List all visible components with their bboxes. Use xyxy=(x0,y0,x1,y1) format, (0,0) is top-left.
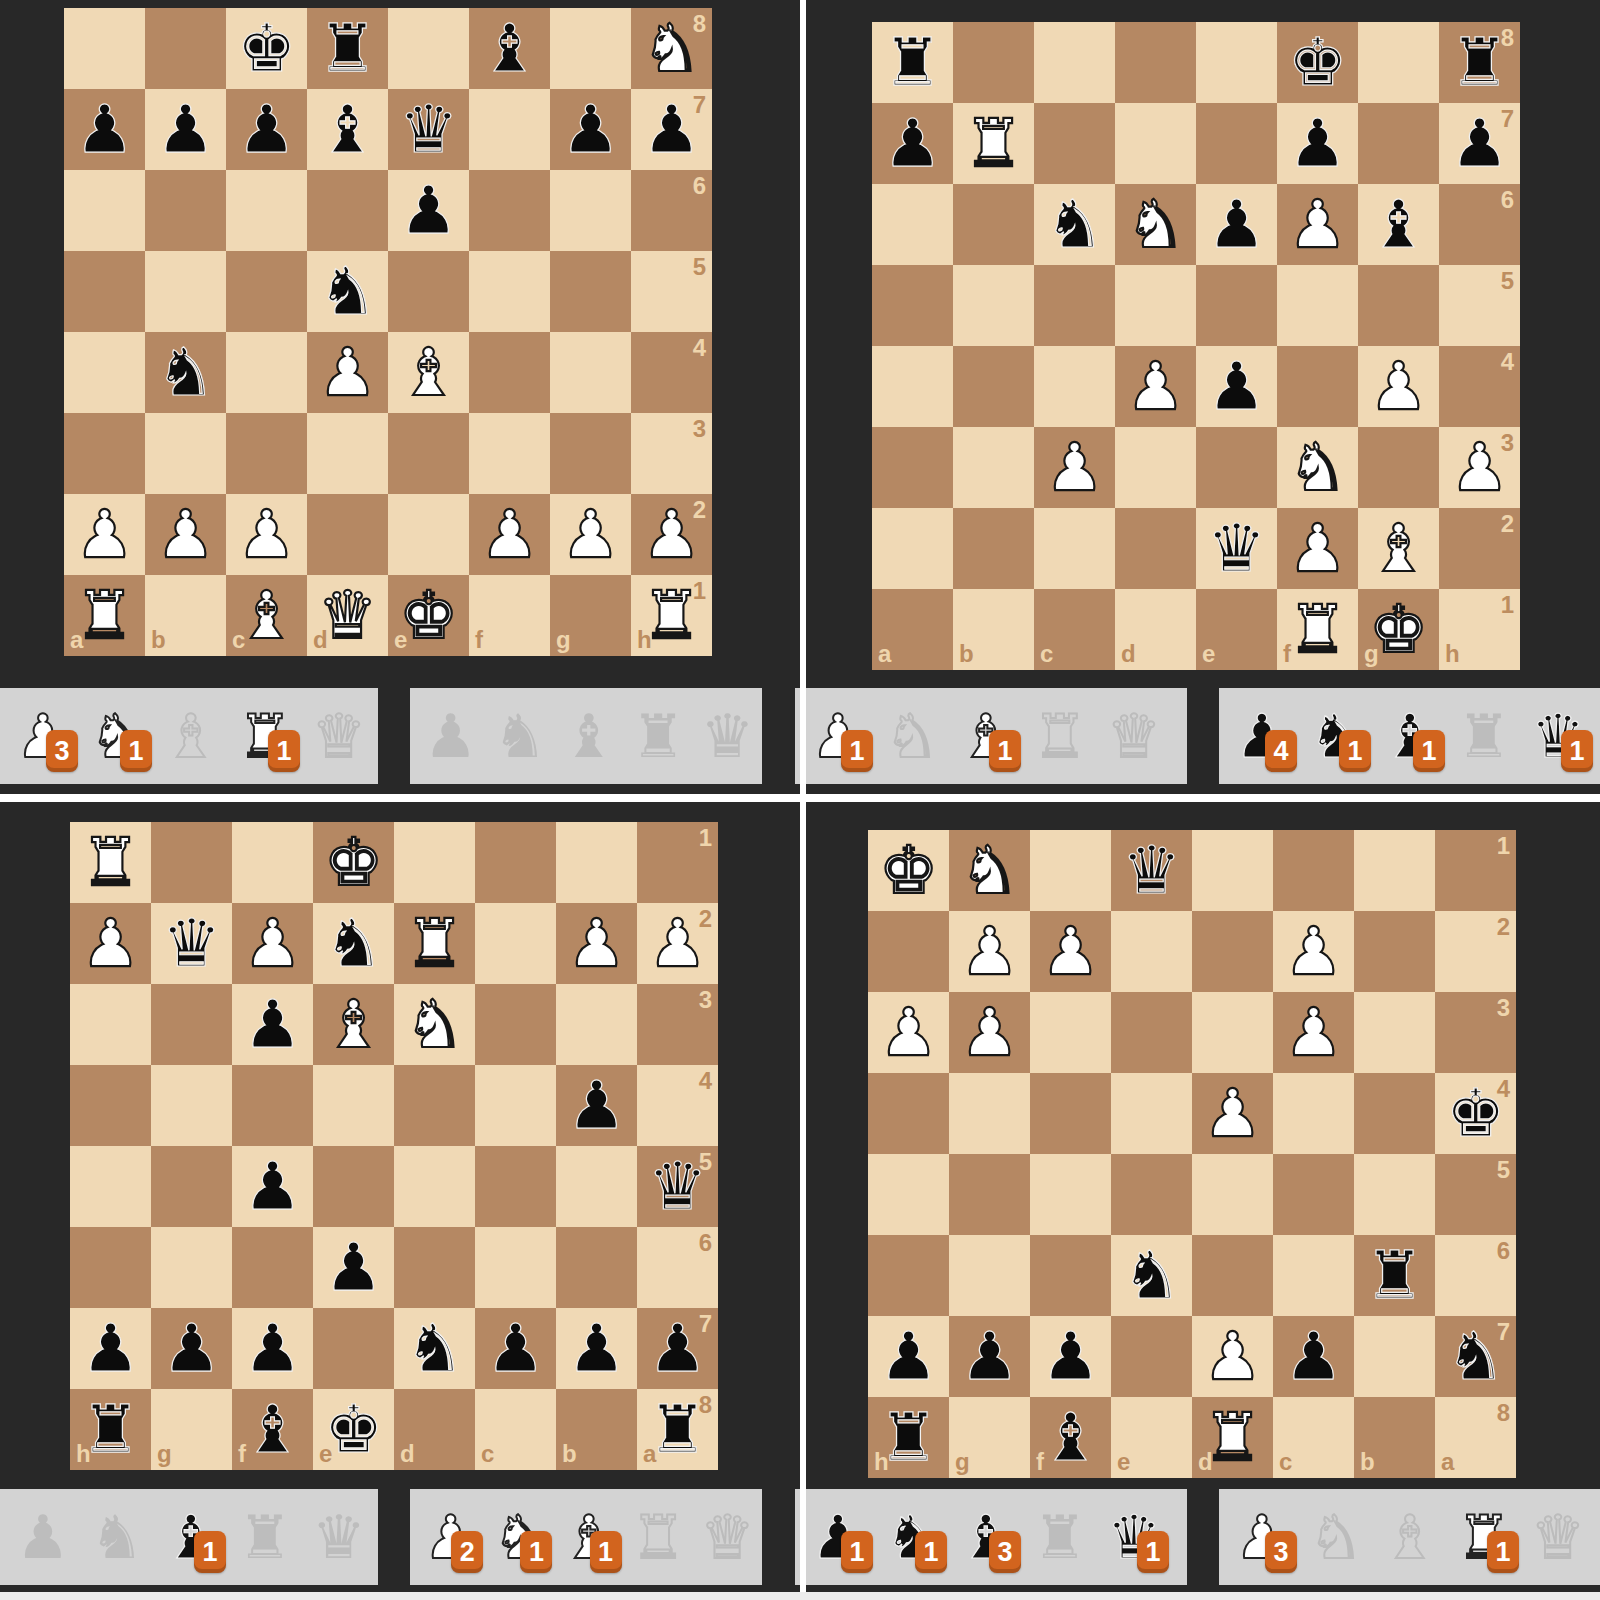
white-pawn[interactable]: ♟ xyxy=(318,332,377,413)
square-b4[interactable]: ♞ xyxy=(145,332,226,413)
square-a4[interactable] xyxy=(64,332,145,413)
black-knight[interactable]: ♞ xyxy=(1045,184,1104,265)
square-f7[interactable]: ♟ xyxy=(1277,103,1358,184)
square-g1[interactable]: ♞ xyxy=(949,830,1030,911)
white-pawn[interactable]: ♟ xyxy=(879,992,938,1073)
square-f2[interactable]: ♟ xyxy=(469,494,550,575)
black-bishop[interactable]: ♝ xyxy=(1041,1397,1100,1478)
square-c8[interactable]: ♚ xyxy=(226,8,307,89)
black-pawn[interactable]: ♟ xyxy=(243,1308,302,1389)
square-e5[interactable] xyxy=(1196,265,1277,346)
square-c8[interactable]: c xyxy=(475,1389,556,1470)
square-h5[interactable] xyxy=(868,1154,949,1235)
square-f2[interactable]: ♟ xyxy=(1030,911,1111,992)
square-b1[interactable] xyxy=(556,822,637,903)
square-e2[interactable] xyxy=(388,494,469,575)
square-g4[interactable] xyxy=(949,1073,1030,1154)
square-d8[interactable]: ♜ xyxy=(307,8,388,89)
square-c2[interactable] xyxy=(475,903,556,984)
black-pawn[interactable]: ♟ xyxy=(243,984,302,1065)
square-e6[interactable]: ♟ xyxy=(388,170,469,251)
square-e6[interactable]: ♟ xyxy=(313,1227,394,1308)
white-pawn[interactable]: ♟ xyxy=(75,494,134,575)
square-f8[interactable]: ♝f xyxy=(1030,1397,1111,1478)
square-g8[interactable]: g xyxy=(151,1389,232,1470)
square-f4[interactable] xyxy=(232,1065,313,1146)
white-pawn[interactable]: ♟ xyxy=(960,911,1019,992)
square-d3[interactable]: ♞ xyxy=(394,984,475,1065)
black-pawn[interactable]: ♟ xyxy=(324,1227,383,1308)
square-f1[interactable] xyxy=(232,822,313,903)
square-b7[interactable]: ♜ xyxy=(953,103,1034,184)
square-b5[interactable] xyxy=(1354,1154,1435,1235)
square-f2[interactable]: ♟ xyxy=(232,903,313,984)
square-f6[interactable] xyxy=(232,1227,313,1308)
black-king[interactable]: ♚ xyxy=(237,8,296,89)
square-b8[interactable] xyxy=(953,22,1034,103)
square-a3[interactable]: 3 xyxy=(637,984,718,1065)
square-e3[interactable] xyxy=(388,413,469,494)
square-f1[interactable] xyxy=(1030,830,1111,911)
square-e8[interactable]: ♚e xyxy=(313,1389,394,1470)
square-a2[interactable]: ♟2 xyxy=(637,903,718,984)
square-d5[interactable] xyxy=(1192,1154,1273,1235)
square-a1[interactable]: 1 xyxy=(637,822,718,903)
square-d6[interactable] xyxy=(307,170,388,251)
square-a3[interactable] xyxy=(872,427,953,508)
square-d5[interactable] xyxy=(394,1146,475,1227)
square-g7[interactable]: ♟ xyxy=(949,1316,1030,1397)
black-rook[interactable]: ♜ xyxy=(883,22,942,103)
square-e2[interactable]: ♞ xyxy=(313,903,394,984)
white-pawn[interactable]: ♟ xyxy=(1041,911,1100,992)
square-a5[interactable]: 5 xyxy=(1435,1154,1516,1235)
white-pawn[interactable]: ♟ xyxy=(1369,346,1428,427)
white-pawn[interactable]: ♟ xyxy=(561,494,620,575)
square-c2[interactable]: ♟ xyxy=(226,494,307,575)
square-a1[interactable]: a xyxy=(872,589,953,670)
square-d6[interactable]: ♞ xyxy=(1115,184,1196,265)
white-pawn[interactable]: ♟ xyxy=(81,903,140,984)
square-e8[interactable] xyxy=(1196,22,1277,103)
square-h5[interactable]: 5 xyxy=(1439,265,1520,346)
square-c1[interactable] xyxy=(475,822,556,903)
square-h6[interactable]: 6 xyxy=(631,170,712,251)
square-e6[interactable]: ♞ xyxy=(1111,1235,1192,1316)
square-h3[interactable] xyxy=(70,984,151,1065)
square-b3[interactable] xyxy=(145,413,226,494)
square-b7[interactable]: ♟ xyxy=(556,1308,637,1389)
white-bishop[interactable]: ♝ xyxy=(324,984,383,1065)
square-a4[interactable]: 4 xyxy=(637,1065,718,1146)
square-g4[interactable] xyxy=(550,332,631,413)
black-knight[interactable]: ♞ xyxy=(318,251,377,332)
black-pawn[interactable]: ♟ xyxy=(567,1308,626,1389)
black-rook[interactable]: ♜ xyxy=(318,8,377,89)
black-pawn[interactable]: ♟ xyxy=(879,1316,938,1397)
black-pawn[interactable]: ♟ xyxy=(81,1308,140,1389)
square-b6[interactable]: ♜ xyxy=(1354,1235,1435,1316)
square-d5[interactable]: ♞ xyxy=(307,251,388,332)
square-f1[interactable]: f xyxy=(469,575,550,656)
square-f5[interactable] xyxy=(469,251,550,332)
white-pawn[interactable]: ♟ xyxy=(1203,1073,1262,1154)
square-d5[interactable] xyxy=(1115,265,1196,346)
square-h4[interactable] xyxy=(70,1065,151,1146)
square-a6[interactable]: 6 xyxy=(1435,1235,1516,1316)
white-pawn[interactable]: ♟ xyxy=(1288,508,1347,589)
black-pawn[interactable]: ♟ xyxy=(243,1146,302,1227)
square-a2[interactable]: ♟ xyxy=(64,494,145,575)
square-a7[interactable]: ♟ xyxy=(872,103,953,184)
white-king[interactable]: ♚ xyxy=(324,822,383,903)
square-g4[interactable]: ♟ xyxy=(1358,346,1439,427)
square-g5[interactable] xyxy=(550,251,631,332)
square-d1[interactable]: d xyxy=(1115,589,1196,670)
square-e5[interactable] xyxy=(1111,1154,1192,1235)
square-g2[interactable]: ♟ xyxy=(949,911,1030,992)
square-d7[interactable] xyxy=(1115,103,1196,184)
white-pawn[interactable]: ♟ xyxy=(960,992,1019,1073)
white-king[interactable]: ♚ xyxy=(399,575,458,656)
black-pawn[interactable]: ♟ xyxy=(1288,103,1347,184)
black-king[interactable]: ♚ xyxy=(1288,22,1347,103)
square-f4[interactable] xyxy=(1030,1073,1111,1154)
black-pawn[interactable]: ♟ xyxy=(960,1316,1019,1397)
square-h2[interactable]: ♟ xyxy=(70,903,151,984)
square-e7[interactable] xyxy=(313,1308,394,1389)
square-e4[interactable]: ♟ xyxy=(1196,346,1277,427)
square-b2[interactable]: ♟ xyxy=(556,903,637,984)
square-b2[interactable]: ♟ xyxy=(145,494,226,575)
square-a8[interactable]: 8a xyxy=(1435,1397,1516,1478)
white-pawn[interactable]: ♟ xyxy=(156,494,215,575)
square-e4[interactable] xyxy=(313,1065,394,1146)
square-h2[interactable]: ♟2 xyxy=(631,494,712,575)
square-g3[interactable] xyxy=(151,984,232,1065)
square-f3[interactable]: ♞ xyxy=(1277,427,1358,508)
white-pawn[interactable]: ♟ xyxy=(243,903,302,984)
square-a6[interactable] xyxy=(64,170,145,251)
square-f5[interactable] xyxy=(1277,265,1358,346)
square-h2[interactable] xyxy=(868,911,949,992)
square-d8[interactable] xyxy=(1115,22,1196,103)
square-g5[interactable] xyxy=(1358,265,1439,346)
square-h6[interactable] xyxy=(70,1227,151,1308)
square-b2[interactable] xyxy=(1354,911,1435,992)
square-e8[interactable]: e xyxy=(1111,1397,1192,1478)
square-g8[interactable] xyxy=(1358,22,1439,103)
square-b4[interactable]: ♟ xyxy=(556,1065,637,1146)
square-a6[interactable] xyxy=(872,184,953,265)
square-b5[interactable] xyxy=(556,1146,637,1227)
square-d1[interactable]: ♛d xyxy=(307,575,388,656)
square-d6[interactable] xyxy=(1192,1235,1273,1316)
white-knight[interactable]: ♞ xyxy=(405,984,464,1065)
square-c6[interactable] xyxy=(226,170,307,251)
white-pawn[interactable]: ♟ xyxy=(237,494,296,575)
square-c7[interactable]: ♟ xyxy=(475,1308,556,1389)
square-b5[interactable] xyxy=(145,251,226,332)
square-e4[interactable]: ♝ xyxy=(388,332,469,413)
square-d3[interactable] xyxy=(1115,427,1196,508)
white-bishop[interactable]: ♝ xyxy=(399,332,458,413)
square-c5[interactable] xyxy=(475,1146,556,1227)
square-f4[interactable] xyxy=(469,332,550,413)
square-e3[interactable] xyxy=(1196,427,1277,508)
square-h1[interactable]: ♜ xyxy=(70,822,151,903)
square-h4[interactable] xyxy=(868,1073,949,1154)
square-c1[interactable] xyxy=(1273,830,1354,911)
square-e5[interactable] xyxy=(313,1146,394,1227)
square-a3[interactable]: 3 xyxy=(1435,992,1516,1073)
square-d2[interactable]: ♜ xyxy=(394,903,475,984)
square-e4[interactable] xyxy=(1111,1073,1192,1154)
white-rook[interactable]: ♜ xyxy=(964,103,1023,184)
square-g8[interactable] xyxy=(550,8,631,89)
white-bishop[interactable]: ♝ xyxy=(237,575,296,656)
black-king[interactable]: ♚ xyxy=(324,1389,383,1470)
square-g2[interactable]: ♝ xyxy=(1358,508,1439,589)
square-c2[interactable] xyxy=(1034,508,1115,589)
square-d4[interactable]: ♟ xyxy=(1115,346,1196,427)
square-g6[interactable] xyxy=(550,170,631,251)
square-d3[interactable] xyxy=(1192,992,1273,1073)
black-queen[interactable]: ♛ xyxy=(399,89,458,170)
square-c8[interactable]: c xyxy=(1273,1397,1354,1478)
square-a8[interactable]: ♜ xyxy=(872,22,953,103)
square-h7[interactable]: ♟7 xyxy=(631,89,712,170)
square-b1[interactable]: b xyxy=(145,575,226,656)
square-c3[interactable]: ♟ xyxy=(1034,427,1115,508)
square-b5[interactable] xyxy=(953,265,1034,346)
square-b4[interactable] xyxy=(953,346,1034,427)
square-c4[interactable] xyxy=(475,1065,556,1146)
square-f2[interactable]: ♟ xyxy=(1277,508,1358,589)
square-f3[interactable]: ♟ xyxy=(232,984,313,1065)
square-d7[interactable]: ♟ xyxy=(1192,1316,1273,1397)
black-knight[interactable]: ♞ xyxy=(156,332,215,413)
black-pawn[interactable]: ♟ xyxy=(567,1065,626,1146)
square-h7[interactable]: ♟ xyxy=(70,1308,151,1389)
square-a4[interactable] xyxy=(872,346,953,427)
square-d8[interactable]: d xyxy=(394,1389,475,1470)
square-f7[interactable] xyxy=(469,89,550,170)
square-c1[interactable]: ♝c xyxy=(226,575,307,656)
square-c6[interactable]: ♞ xyxy=(1034,184,1115,265)
square-g3[interactable] xyxy=(550,413,631,494)
square-h8[interactable]: ♜h xyxy=(868,1397,949,1478)
black-queen[interactable]: ♛ xyxy=(162,903,221,984)
square-a2[interactable]: 2 xyxy=(1435,911,1516,992)
white-pawn[interactable]: ♟ xyxy=(1126,346,1185,427)
square-g6[interactable] xyxy=(949,1235,1030,1316)
white-rook[interactable]: ♜ xyxy=(81,822,140,903)
square-e7[interactable] xyxy=(1196,103,1277,184)
black-bishop[interactable]: ♝ xyxy=(480,8,539,89)
square-f1[interactable]: ♜f xyxy=(1277,589,1358,670)
black-pawn[interactable]: ♟ xyxy=(1207,346,1266,427)
square-g7[interactable] xyxy=(1358,103,1439,184)
square-a5[interactable] xyxy=(872,265,953,346)
square-b3[interactable] xyxy=(1354,992,1435,1073)
square-b3[interactable] xyxy=(953,427,1034,508)
square-d1[interactable] xyxy=(1192,830,1273,911)
square-h5[interactable] xyxy=(70,1146,151,1227)
square-h8[interactable]: ♜h xyxy=(70,1389,151,1470)
square-b3[interactable] xyxy=(556,984,637,1065)
square-c4[interactable] xyxy=(1034,346,1115,427)
square-b8[interactable]: b xyxy=(556,1389,637,1470)
square-d8[interactable]: ♜d xyxy=(1192,1397,1273,1478)
square-g7[interactable]: ♟ xyxy=(550,89,631,170)
square-e8[interactable] xyxy=(388,8,469,89)
black-queen[interactable]: ♛ xyxy=(1207,508,1266,589)
square-a1[interactable]: ♜a xyxy=(64,575,145,656)
square-d7[interactable]: ♞ xyxy=(394,1308,475,1389)
white-pawn[interactable]: ♟ xyxy=(1284,992,1343,1073)
square-d4[interactable]: ♟ xyxy=(307,332,388,413)
square-a8[interactable] xyxy=(64,8,145,89)
black-pawn[interactable]: ♟ xyxy=(162,1308,221,1389)
square-g6[interactable] xyxy=(151,1227,232,1308)
square-d2[interactable] xyxy=(1192,911,1273,992)
black-knight[interactable]: ♞ xyxy=(1122,1235,1181,1316)
white-king[interactable]: ♚ xyxy=(879,830,938,911)
square-e3[interactable] xyxy=(1111,992,1192,1073)
square-f6[interactable] xyxy=(469,170,550,251)
square-b4[interactable] xyxy=(1354,1073,1435,1154)
square-b2[interactable] xyxy=(953,508,1034,589)
square-e2[interactable] xyxy=(1111,911,1192,992)
black-knight[interactable]: ♞ xyxy=(324,903,383,984)
black-rook[interactable]: ♜ xyxy=(1365,1235,1424,1316)
square-h8[interactable]: ♜8 xyxy=(1439,22,1520,103)
square-f6[interactable]: ♟ xyxy=(1277,184,1358,265)
square-g2[interactable]: ♛ xyxy=(151,903,232,984)
black-bishop[interactable]: ♝ xyxy=(243,1389,302,1470)
square-c7[interactable] xyxy=(1034,103,1115,184)
square-c2[interactable]: ♟ xyxy=(1273,911,1354,992)
square-g3[interactable] xyxy=(1358,427,1439,508)
square-c7[interactable]: ♟ xyxy=(1273,1316,1354,1397)
square-h4[interactable]: 4 xyxy=(631,332,712,413)
square-d4[interactable]: ♟ xyxy=(1192,1073,1273,1154)
square-c3[interactable] xyxy=(226,413,307,494)
square-a7[interactable]: ♟ xyxy=(64,89,145,170)
black-bishop[interactable]: ♝ xyxy=(1369,184,1428,265)
square-h4[interactable]: 4 xyxy=(1439,346,1520,427)
square-h5[interactable]: 5 xyxy=(631,251,712,332)
square-a5[interactable]: ♛5 xyxy=(637,1146,718,1227)
black-pawn[interactable]: ♟ xyxy=(399,170,458,251)
black-pawn[interactable]: ♟ xyxy=(75,89,134,170)
square-e5[interactable] xyxy=(388,251,469,332)
square-f7[interactable]: ♟ xyxy=(1030,1316,1111,1397)
square-b1[interactable]: b xyxy=(953,589,1034,670)
square-f8[interactable]: ♝ xyxy=(469,8,550,89)
black-pawn[interactable]: ♟ xyxy=(1284,1316,1343,1397)
square-f5[interactable]: ♟ xyxy=(232,1146,313,1227)
square-g1[interactable] xyxy=(151,822,232,903)
square-a5[interactable] xyxy=(64,251,145,332)
square-f7[interactable]: ♟ xyxy=(232,1308,313,1389)
square-a7[interactable]: ♟7 xyxy=(637,1308,718,1389)
square-c8[interactable] xyxy=(1034,22,1115,103)
square-e1[interactable]: e xyxy=(1196,589,1277,670)
square-h7[interactable]: ♟ xyxy=(868,1316,949,1397)
square-h6[interactable] xyxy=(868,1235,949,1316)
square-d3[interactable] xyxy=(307,413,388,494)
square-c5[interactable] xyxy=(226,251,307,332)
white-pawn[interactable]: ♟ xyxy=(1288,184,1347,265)
square-c3[interactable]: ♟ xyxy=(1273,992,1354,1073)
square-e3[interactable]: ♝ xyxy=(313,984,394,1065)
square-g6[interactable]: ♝ xyxy=(1358,184,1439,265)
square-a6[interactable]: 6 xyxy=(637,1227,718,1308)
square-f5[interactable] xyxy=(1030,1154,1111,1235)
black-pawn[interactable]: ♟ xyxy=(156,89,215,170)
black-pawn[interactable]: ♟ xyxy=(1207,184,1266,265)
square-c5[interactable] xyxy=(1273,1154,1354,1235)
square-a2[interactable] xyxy=(872,508,953,589)
square-f3[interactable] xyxy=(469,413,550,494)
square-e1[interactable]: ♛ xyxy=(1111,830,1192,911)
square-g4[interactable] xyxy=(151,1065,232,1146)
square-b8[interactable]: b xyxy=(1354,1397,1435,1478)
square-h3[interactable]: 3 xyxy=(631,413,712,494)
square-g8[interactable]: g xyxy=(949,1397,1030,1478)
square-b7[interactable]: ♟ xyxy=(145,89,226,170)
square-b6[interactable] xyxy=(556,1227,637,1308)
black-pawn[interactable]: ♟ xyxy=(561,89,620,170)
square-f3[interactable] xyxy=(1030,992,1111,1073)
square-h2[interactable]: 2 xyxy=(1439,508,1520,589)
square-f8[interactable]: ♚ xyxy=(1277,22,1358,103)
square-f6[interactable] xyxy=(1030,1235,1111,1316)
white-pawn[interactable]: ♟ xyxy=(1045,427,1104,508)
square-c4[interactable] xyxy=(1273,1073,1354,1154)
square-g7[interactable]: ♟ xyxy=(151,1308,232,1389)
black-pawn[interactable]: ♟ xyxy=(486,1308,545,1389)
square-e6[interactable]: ♟ xyxy=(1196,184,1277,265)
square-c5[interactable] xyxy=(1034,265,1115,346)
square-e2[interactable]: ♛ xyxy=(1196,508,1277,589)
square-b8[interactable] xyxy=(145,8,226,89)
square-g2[interactable]: ♟ xyxy=(550,494,631,575)
square-b6[interactable] xyxy=(145,170,226,251)
white-bishop[interactable]: ♝ xyxy=(1369,508,1428,589)
square-e7[interactable] xyxy=(1111,1316,1192,1397)
square-a1[interactable]: 1 xyxy=(1435,830,1516,911)
square-h1[interactable]: ♚ xyxy=(868,830,949,911)
square-h1[interactable]: 1h xyxy=(1439,589,1520,670)
square-f8[interactable]: ♝f xyxy=(232,1389,313,1470)
black-pawn[interactable]: ♟ xyxy=(883,103,942,184)
square-c6[interactable] xyxy=(475,1227,556,1308)
square-h3[interactable]: ♟3 xyxy=(1439,427,1520,508)
square-g5[interactable] xyxy=(151,1146,232,1227)
square-b1[interactable] xyxy=(1354,830,1435,911)
square-d1[interactable] xyxy=(394,822,475,903)
square-c1[interactable]: c xyxy=(1034,589,1115,670)
square-c7[interactable]: ♟ xyxy=(226,89,307,170)
square-g3[interactable]: ♟ xyxy=(949,992,1030,1073)
square-b7[interactable] xyxy=(1354,1316,1435,1397)
square-g1[interactable]: ♚g xyxy=(1358,589,1439,670)
square-a7[interactable]: ♞7 xyxy=(1435,1316,1516,1397)
square-h6[interactable]: 6 xyxy=(1439,184,1520,265)
